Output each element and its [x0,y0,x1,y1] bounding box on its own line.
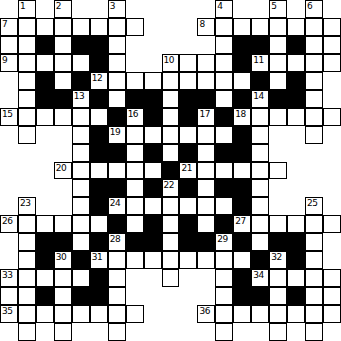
white-cell-r14c17[interactable] [305,251,323,269]
void-area-r10c3 [54,179,72,197]
clue-number-21: 21 [181,163,191,173]
white-cell-r1c14[interactable] [251,18,269,36]
black-cell-r13c2 [36,233,54,251]
white-cell-r1c13[interactable] [233,18,251,36]
white-cell-r12c2[interactable] [36,215,54,233]
white-cell-r6c4[interactable] [72,108,90,126]
white-cell-r6c2[interactable] [36,108,54,126]
black-cell-r13c15 [269,233,287,251]
white-cell-r4c8[interactable] [144,72,162,90]
white-cell-r10c14[interactable] [251,179,269,197]
void-area-r1c9 [162,18,180,36]
white-cell-r2c18[interactable] [323,36,341,54]
white-cell-r10c9[interactable]: 22 [162,179,180,197]
white-cell-r8c14[interactable] [251,144,269,162]
black-cell-r2c13 [233,36,251,54]
clue-number-36: 36 [199,306,209,316]
white-cell-r4c12[interactable] [215,72,233,90]
void-area-r15c8 [144,269,162,287]
void-area-r11c2 [36,197,54,215]
white-cell-r1c0[interactable]: 7 [0,18,18,36]
white-cell-r17c18[interactable] [323,305,341,323]
white-cell-r3c16[interactable] [287,54,305,72]
white-cell-r12c1[interactable] [18,215,36,233]
clue-number-3: 3 [110,1,115,11]
white-cell-r3c6[interactable] [108,54,126,72]
white-cell-r7c14[interactable] [251,126,269,144]
black-cell-r5c11 [197,90,215,108]
void-area-r10c15 [269,179,287,197]
white-cell-r14c6[interactable] [108,251,126,269]
void-area-r4c0 [0,72,18,90]
white-cell-r17c15[interactable] [269,305,287,323]
black-cell-r10c6 [108,179,126,197]
void-area-r4c18 [323,72,341,90]
white-cell-r5c6[interactable] [108,90,126,108]
white-cell-r11c9[interactable] [162,197,180,215]
white-cell-r1c15[interactable] [269,18,287,36]
clue-number-5: 5 [271,1,276,11]
void-area-r14c18 [323,251,341,269]
white-cell-r7c10[interactable] [179,126,197,144]
white-cell-r13c6[interactable]: 28 [108,233,126,251]
white-cell-r14c1[interactable] [18,251,36,269]
white-cell-r13c1[interactable] [18,233,36,251]
white-cell-r6c5[interactable] [90,108,108,126]
white-cell-r0c1[interactable]: 1 [18,0,36,18]
white-cell-r16c1[interactable] [18,287,36,305]
white-cell-r17c17[interactable] [305,305,323,323]
void-area-r16c9 [162,287,180,305]
void-area-r0c13 [233,0,251,18]
black-cell-r12c10 [179,215,197,233]
white-cell-r9c3[interactable]: 20 [54,162,72,180]
white-cell-r1c12[interactable] [215,18,233,36]
white-cell-r3c14[interactable]: 11 [251,54,269,72]
clue-number-2: 2 [56,1,61,11]
white-cell-r15c16[interactable] [287,269,305,287]
white-cell-r4c11[interactable] [197,72,215,90]
white-cell-r11c4[interactable] [72,197,90,215]
void-area-r1c8 [144,18,162,36]
white-cell-r0c6[interactable]: 3 [108,0,126,18]
black-cell-r13c11 [197,233,215,251]
white-cell-r15c12[interactable] [215,269,233,287]
black-cell-r15c13 [233,269,251,287]
white-cell-r15c0[interactable]: 33 [0,269,18,287]
clue-number-7: 7 [2,19,7,29]
white-cell-r7c8[interactable] [144,126,162,144]
void-area-r0c7 [126,0,144,18]
white-cell-r7c9[interactable] [162,126,180,144]
void-area-r18c0 [0,323,18,341]
white-cell-r10c11[interactable] [197,179,215,197]
void-area-r10c0 [0,179,18,197]
black-cell-r6c8 [144,108,162,126]
void-area-r0c14 [251,0,269,18]
white-cell-r18c1[interactable] [18,323,36,341]
white-cell-r18c17[interactable] [305,323,323,341]
white-cell-r1c4[interactable] [72,18,90,36]
white-cell-r4c7[interactable] [126,72,144,90]
white-cell-r9c11[interactable] [197,162,215,180]
white-cell-r9c4[interactable] [72,162,90,180]
white-cell-r3c0[interactable]: 9 [0,54,18,72]
white-cell-r6c14[interactable] [251,108,269,126]
white-cell-r15c2[interactable] [36,269,54,287]
white-cell-r6c15[interactable] [269,108,287,126]
white-cell-r18c6[interactable] [108,323,126,341]
clue-number-1: 1 [20,1,25,11]
void-area-r18c9 [162,323,180,341]
white-cell-r8c7[interactable] [126,144,144,162]
white-cell-r3c12[interactable] [215,54,233,72]
white-cell-r9c10[interactable]: 21 [179,162,197,180]
void-area-r13c18 [323,233,341,251]
white-cell-r14c11[interactable] [197,251,215,269]
white-cell-r12c16[interactable] [287,215,305,233]
white-cell-r12c15[interactable] [269,215,287,233]
white-cell-r1c1[interactable] [18,18,36,36]
white-cell-r9c15[interactable] [269,162,287,180]
white-cell-r11c10[interactable] [179,197,197,215]
white-cell-r2c15[interactable] [269,36,287,54]
white-cell-r16c17[interactable] [305,287,323,305]
clue-number-34: 34 [253,270,263,280]
white-cell-r6c7[interactable]: 16 [126,108,144,126]
white-cell-r16c15[interactable] [269,287,287,305]
white-cell-r3c10[interactable] [179,54,197,72]
black-cell-r16c4 [72,287,90,305]
white-cell-r13c9[interactable] [162,233,180,251]
white-cell-r2c6[interactable] [108,36,126,54]
white-cell-r6c3[interactable] [54,108,72,126]
void-area-r18c7 [126,323,144,341]
white-cell-r17c6[interactable] [108,305,126,323]
white-cell-r12c11[interactable] [197,215,215,233]
white-cell-r4c15[interactable] [269,72,287,90]
void-area-r10c18 [323,179,341,197]
white-cell-r15c14[interactable]: 34 [251,269,269,287]
void-area-r7c18 [323,126,341,144]
white-cell-r15c1[interactable] [18,269,36,287]
clue-number-35: 35 [2,306,12,316]
void-area-r9c17 [305,162,323,180]
white-cell-r3c17[interactable] [305,54,323,72]
white-cell-r4c1[interactable] [18,72,36,90]
white-cell-r12c13[interactable]: 27 [233,215,251,233]
void-area-r9c2 [36,162,54,180]
white-cell-r5c17[interactable] [305,90,323,108]
white-cell-r7c12[interactable] [215,126,233,144]
white-cell-r13c4[interactable] [72,233,90,251]
white-cell-r1c7[interactable] [126,18,144,36]
white-cell-r17c16[interactable] [287,305,305,323]
white-cell-r12c9[interactable] [162,215,180,233]
void-area-r11c0 [0,197,18,215]
white-cell-r18c12[interactable] [215,323,233,341]
white-cell-r11c1[interactable]: 23 [18,197,36,215]
black-cell-r5c10 [179,90,197,108]
void-area-r18c11 [197,323,215,341]
white-cell-r2c17[interactable] [305,36,323,54]
white-cell-r3c4[interactable] [72,54,90,72]
void-area-r18c10 [179,323,197,341]
white-cell-r16c6[interactable] [108,287,126,305]
white-cell-r3c9[interactable]: 10 [162,54,180,72]
black-cell-r12c12 [215,215,233,233]
white-cell-r7c1[interactable] [18,126,36,144]
white-cell-r1c18[interactable] [323,18,341,36]
white-cell-r9c7[interactable] [126,162,144,180]
white-cell-r10c4[interactable] [72,179,90,197]
white-cell-r13c14[interactable] [251,233,269,251]
white-cell-r14c10[interactable] [179,251,197,269]
black-cell-r2c4 [72,36,90,54]
white-cell-r11c17[interactable]: 25 [305,197,323,215]
white-cell-r1c11[interactable]: 8 [197,18,215,36]
clue-number-28: 28 [110,234,120,244]
black-cell-r11c13 [233,197,251,215]
white-cell-r2c3[interactable] [54,36,72,54]
void-area-r18c8 [144,323,162,341]
white-cell-r15c4[interactable] [72,269,90,287]
white-cell-r3c11[interactable] [197,54,215,72]
white-cell-r3c2[interactable] [36,54,54,72]
black-cell-r14c2 [36,251,54,269]
white-cell-r1c3[interactable] [54,18,72,36]
white-cell-r11c6[interactable]: 24 [108,197,126,215]
void-area-r8c1 [18,144,36,162]
white-cell-r18c3[interactable] [54,323,72,341]
clue-number-22: 22 [164,180,174,190]
black-cell-r13c16 [287,233,305,251]
white-cell-r13c12[interactable]: 29 [215,233,233,251]
white-cell-r12c0[interactable]: 26 [0,215,18,233]
white-cell-r4c17[interactable] [305,72,323,90]
white-cell-r16c18[interactable] [323,287,341,305]
white-cell-r3c3[interactable] [54,54,72,72]
white-cell-r16c12[interactable] [215,287,233,305]
black-cell-r4c2 [36,72,54,90]
void-area-r0c8 [144,0,162,18]
white-cell-r15c3[interactable] [54,269,72,287]
white-cell-r14c3[interactable]: 30 [54,251,72,269]
black-cell-r2c16 [287,36,305,54]
white-cell-r17c4[interactable] [72,305,90,323]
white-cell-r17c13[interactable] [233,305,251,323]
white-cell-r4c6[interactable] [108,72,126,90]
white-cell-r17c11[interactable]: 36 [197,305,215,323]
white-cell-r12c18[interactable] [323,215,341,233]
void-area-r3c7 [126,54,144,72]
white-cell-r0c15[interactable]: 5 [269,0,287,18]
black-cell-r5c16 [287,90,305,108]
white-cell-r6c1[interactable] [18,108,36,126]
white-cell-r5c14[interactable]: 14 [251,90,269,108]
white-cell-r11c8[interactable] [144,197,162,215]
white-cell-r17c2[interactable] [36,305,54,323]
white-cell-r9c6[interactable] [108,162,126,180]
white-cell-r5c9[interactable] [162,90,180,108]
white-cell-r17c5[interactable] [90,305,108,323]
white-cell-r1c6[interactable] [108,18,126,36]
white-cell-r7c17[interactable] [305,126,323,144]
black-cell-r13c5 [90,233,108,251]
white-cell-r8c4[interactable] [72,144,90,162]
void-area-r13c0 [0,233,18,251]
white-cell-r4c10[interactable] [179,72,197,90]
black-cell-r12c8 [144,215,162,233]
black-cell-r13c10 [179,233,197,251]
white-cell-r6c18[interactable] [323,108,341,126]
white-cell-r11c11[interactable] [197,197,215,215]
white-cell-r11c12[interactable] [215,197,233,215]
white-cell-r7c6[interactable]: 19 [108,126,126,144]
clue-number-29: 29 [217,234,227,244]
white-cell-r6c17[interactable] [305,108,323,126]
black-cell-r2c5 [90,36,108,54]
white-cell-r9c8[interactable] [144,162,162,180]
white-cell-r2c12[interactable] [215,36,233,54]
void-area-r3c8 [144,54,162,72]
white-cell-r12c14[interactable] [251,215,269,233]
clue-number-30: 30 [56,252,66,262]
void-area-r7c0 [0,126,18,144]
white-cell-r17c14[interactable] [251,305,269,323]
black-cell-r4c4 [72,72,90,90]
white-cell-r9c5[interactable] [90,162,108,180]
white-cell-r4c3[interactable] [54,72,72,90]
white-cell-r1c5[interactable] [90,18,108,36]
clue-number-16: 16 [128,109,138,119]
white-cell-r14c15[interactable]: 32 [269,251,287,269]
white-cell-r11c7[interactable] [126,197,144,215]
white-cell-r14c13[interactable] [233,251,251,269]
white-cell-r14c12[interactable] [215,251,233,269]
white-cell-r1c17[interactable] [305,18,323,36]
black-cell-r9c9 [162,162,180,180]
black-cell-r5c5 [90,90,108,108]
white-cell-r9c12[interactable] [215,162,233,180]
white-cell-r6c0[interactable]: 15 [0,108,18,126]
white-cell-r17c3[interactable] [54,305,72,323]
white-cell-r14c9[interactable] [162,251,180,269]
void-area-r17c10 [179,305,197,323]
white-cell-r14c5[interactable]: 31 [90,251,108,269]
white-cell-r5c12[interactable] [215,90,233,108]
black-cell-r16c5 [90,287,108,305]
void-area-r7c15 [269,126,287,144]
white-cell-r9c14[interactable] [251,162,269,180]
white-cell-r3c1[interactable] [18,54,36,72]
white-cell-r12c4[interactable] [72,215,90,233]
white-cell-r12c5[interactable] [90,215,108,233]
white-cell-r17c0[interactable]: 35 [0,305,18,323]
white-cell-r7c11[interactable] [197,126,215,144]
clue-number-8: 8 [199,19,204,29]
white-cell-r2c1[interactable] [18,36,36,54]
clue-number-25: 25 [307,198,317,208]
white-cell-r17c7[interactable] [126,305,144,323]
white-cell-r16c0[interactable] [0,287,18,305]
white-cell-r7c4[interactable] [72,126,90,144]
white-cell-r15c18[interactable] [323,269,341,287]
white-cell-r6c16[interactable] [287,108,305,126]
white-cell-r15c15[interactable] [269,269,287,287]
white-cell-r14c8[interactable] [144,251,162,269]
black-cell-r5c15 [269,90,287,108]
white-cell-r14c7[interactable] [126,251,144,269]
white-cell-r17c1[interactable] [18,305,36,323]
white-cell-r4c5[interactable]: 12 [90,72,108,90]
clue-number-9: 9 [2,55,7,65]
white-cell-r18c15[interactable] [269,323,287,341]
void-area-r9c0 [0,162,18,180]
white-cell-r12c7[interactable] [126,215,144,233]
clue-number-19: 19 [110,127,120,137]
black-cell-r12c6 [108,215,126,233]
white-cell-r3c15[interactable] [269,54,287,72]
white-cell-r12c3[interactable] [54,215,72,233]
white-cell-r5c4[interactable]: 13 [72,90,90,108]
white-cell-r0c17[interactable]: 6 [305,0,323,18]
white-cell-r9c13[interactable] [233,162,251,180]
clue-number-6: 6 [307,1,312,11]
white-cell-r6c9[interactable] [162,108,180,126]
void-area-r11c16 [287,197,305,215]
white-cell-r15c6[interactable] [108,269,126,287]
white-cell-r1c16[interactable] [287,18,305,36]
white-cell-r4c13[interactable] [233,72,251,90]
void-area-r10c2 [36,179,54,197]
white-cell-r8c9[interactable] [162,144,180,162]
white-cell-r11c14[interactable] [251,197,269,215]
black-cell-r10c5 [90,179,108,197]
white-cell-r5c1[interactable] [18,90,36,108]
white-cell-r15c17[interactable] [305,269,323,287]
white-cell-r1c2[interactable] [36,18,54,36]
black-cell-r10c13 [233,179,251,197]
void-area-r8c2 [36,144,54,162]
black-cell-r5c2 [36,90,54,108]
white-cell-r15c9[interactable] [162,269,180,287]
clue-number-24: 24 [110,198,120,208]
white-cell-r10c7[interactable] [126,179,144,197]
white-cell-r0c12[interactable]: 4 [215,0,233,18]
void-area-r16c10 [179,287,197,305]
void-area-r10c16 [287,179,305,197]
white-cell-r13c17[interactable] [305,233,323,251]
white-cell-r2c0[interactable] [0,36,18,54]
white-cell-r6c11[interactable]: 17 [197,108,215,126]
white-cell-r6c13[interactable]: 18 [233,108,251,126]
white-cell-r7c7[interactable] [126,126,144,144]
void-area-r17c9 [162,305,180,323]
white-cell-r17c12[interactable] [215,305,233,323]
white-cell-r4c9[interactable] [162,72,180,90]
clue-number-20: 20 [56,163,66,173]
void-area-r8c3 [54,144,72,162]
void-area-r0c2 [36,0,54,18]
white-cell-r8c11[interactable] [197,144,215,162]
void-area-r18c4 [72,323,90,341]
white-cell-r16c3[interactable] [54,287,72,305]
white-cell-r3c18[interactable] [323,54,341,72]
black-cell-r3c13 [233,54,251,72]
white-cell-r0c3[interactable]: 2 [54,0,72,18]
white-cell-r12c17[interactable] [305,215,323,233]
